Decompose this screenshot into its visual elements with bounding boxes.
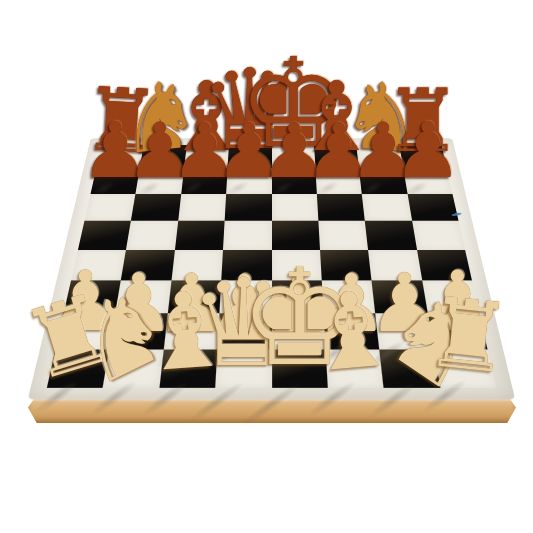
chess-photo-stage: ♜♞♝♛♚♝♞♜♟♟♟♟♟♟♟♟♟♟♟♟♟♟♟♟♜♞♝♛♚♝♞♜ xyxy=(0,0,533,533)
square-g6[interactable] xyxy=(362,194,412,221)
square-h5[interactable] xyxy=(412,221,465,250)
piece-black-pawn-h7[interactable]: ♟ xyxy=(393,116,462,185)
pieces-layer: ♜♞♝♛♚♝♞♜♟♟♟♟♟♟♟♟♟♟♟♟♟♟♟♟♜♞♝♛♚♝♞♜ xyxy=(0,0,533,533)
piece-white-rook-h1[interactable]: ♜ xyxy=(421,288,516,383)
square-b5[interactable] xyxy=(126,221,178,250)
square-c5[interactable] xyxy=(175,221,225,250)
square-c6[interactable] xyxy=(178,194,226,221)
square-b6[interactable] xyxy=(131,194,181,221)
square-h6[interactable] xyxy=(407,194,458,221)
square-a6[interactable] xyxy=(84,194,135,221)
square-e6[interactable] xyxy=(272,194,319,221)
square-g5[interactable] xyxy=(365,221,417,250)
square-f6[interactable] xyxy=(317,194,365,221)
square-a5[interactable] xyxy=(78,221,131,250)
square-d6[interactable] xyxy=(225,194,272,221)
